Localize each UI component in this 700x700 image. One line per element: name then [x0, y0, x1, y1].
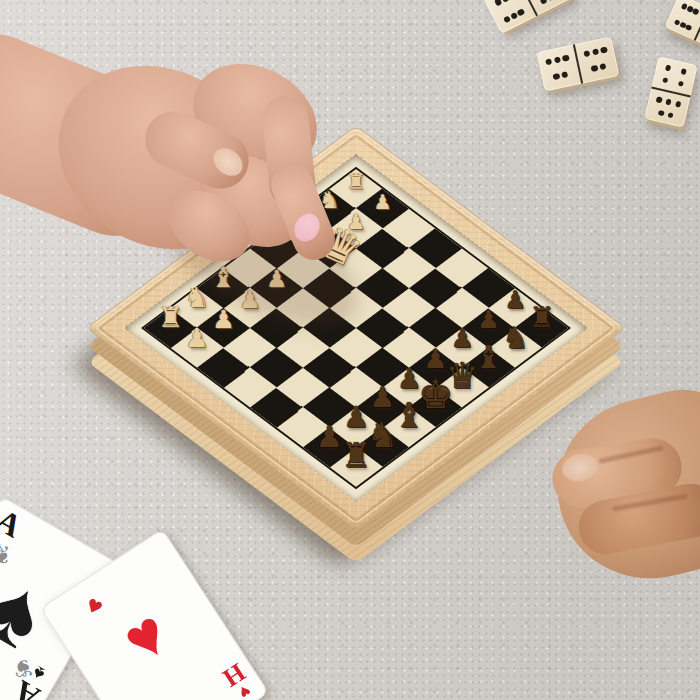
domino-pip	[678, 80, 685, 87]
domino-pip	[592, 48, 600, 56]
chess-piece-white-P-r7c1[interactable]: ♟	[185, 326, 208, 352]
domino-half-5	[573, 37, 619, 84]
domino-half-6	[483, 0, 536, 34]
domino-pip	[561, 71, 569, 79]
domino-pip	[692, 8, 699, 15]
spade-pip-icon-bottom: ♠	[29, 663, 47, 684]
domino-pip	[552, 73, 560, 81]
domino-half-6	[665, 0, 700, 40]
chess-piece-black-N-r6c7[interactable]: ♞	[367, 418, 398, 453]
chess-piece-black-R-r0c7[interactable]: ♜	[529, 304, 554, 332]
table-scene: ♜♞♝♞♜♟♟♟♟♟♟♜♞♝♛♚♝♞♜♟♟♟♟♟♟♟♟♛ A ♠ ❦ ❦ ❦ ❦…	[0, 0, 700, 700]
domino-pip	[667, 112, 674, 119]
domino-pip	[665, 99, 672, 106]
chess-piece-white-R-r7c0[interactable]: ♜	[158, 304, 183, 332]
domino-pip	[685, 24, 692, 31]
domino-pip	[658, 110, 665, 117]
chess-piece-black-P-r7c6[interactable]: ♟	[316, 422, 343, 452]
domino-pip	[562, 55, 570, 63]
domino-pip	[665, 65, 672, 72]
chess-piece-white-P-r6c1[interactable]: ♟	[212, 307, 235, 332]
chess-piece-black-P-r6c6[interactable]: ♟	[343, 403, 369, 432]
domino-pip	[681, 68, 688, 75]
chess-piece-white-R-r0c0[interactable]: ♜	[346, 170, 366, 192]
chess-piece-black-N-r1c7[interactable]: ♞	[502, 323, 529, 353]
domino-pip	[675, 101, 682, 108]
chess-piece-black-P-r0c6[interactable]: ♟	[504, 288, 526, 312]
chess-piece-black-B-r5c7[interactable]: ♝	[394, 398, 425, 433]
chess-piece-white-N-r6c0[interactable]: ♞	[184, 285, 209, 313]
domino-pip	[494, 0, 503, 7]
domino-6-6-cut-right	[665, 0, 700, 54]
filigree-icon: ❦	[0, 542, 14, 569]
chess-piece-black-P-r1c6[interactable]: ♟	[477, 307, 500, 332]
domino-pip	[662, 77, 669, 84]
chess-piece-white-P-r0c1[interactable]: ♟	[373, 192, 391, 212]
domino-6-6-cut-top	[483, 0, 572, 34]
chess-piece-black-R-r7c7[interactable]: ♜	[341, 438, 372, 472]
chess-piece-black-P-r2c6[interactable]: ♟	[450, 326, 473, 352]
domino-5-5	[537, 37, 620, 92]
domino-pip	[583, 50, 591, 58]
big-heart-icon: ♥	[113, 600, 180, 674]
domino-pip	[539, 0, 548, 5]
domino-pip	[553, 56, 561, 64]
domino-pip	[591, 65, 599, 73]
domino-pip	[656, 97, 663, 104]
chess-piece-black-P-r3c6[interactable]: ♟	[424, 345, 448, 372]
domino-4-5-vertical	[644, 56, 697, 127]
domino-pip	[545, 58, 553, 66]
domino-pip	[600, 46, 608, 54]
chess-piece-black-B-r2c7[interactable]: ♝	[474, 341, 503, 373]
chess-piece-black-P-r5c6[interactable]: ♟	[370, 384, 395, 412]
domino-pip	[599, 63, 607, 71]
